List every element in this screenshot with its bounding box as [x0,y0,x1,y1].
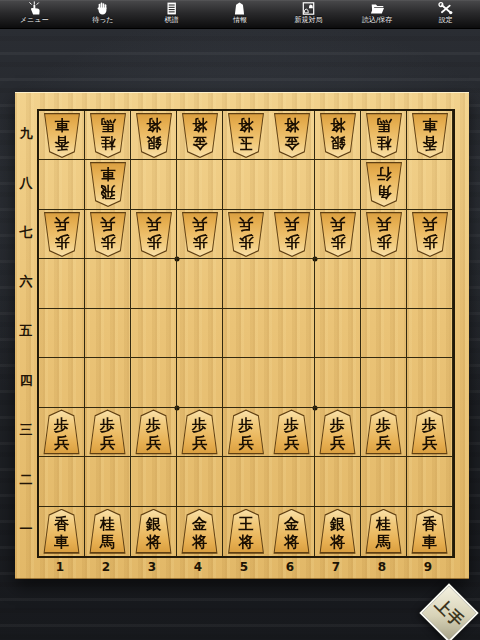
rank-label: 一 [15,505,37,554]
rank-label: 二 [15,455,37,504]
file-label: 4 [175,556,221,577]
rank-label: 八 [15,158,37,207]
board-cell-4三[interactable]: 歩兵 [177,408,223,457]
board-cell-9七[interactable]: 歩兵 [407,210,453,259]
board-cell-7七[interactable]: 歩兵 [315,210,361,259]
board-cell-8二[interactable] [361,457,407,506]
rank-label: 三 [15,406,37,455]
shogi-piece-face: 玉将 [227,114,264,156]
board-cell-4五[interactable] [177,309,223,358]
shogi-piece[interactable]: 歩兵 [226,212,266,257]
board-grid: 香車桂馬銀将金将玉将金将銀将桂馬香車飛車角行歩兵歩兵歩兵歩兵歩兵歩兵歩兵歩兵歩兵… [37,109,455,558]
undo-matta-button[interactable]: 待った [73,0,133,28]
board-cell-3六[interactable] [131,259,177,308]
shogi-piece[interactable]: 歩兵 [88,212,128,257]
shogi-piece-face: 銀将 [135,510,172,552]
board-cell-8一[interactable]: 桂馬 [361,507,407,556]
shogi-piece-face: 歩兵 [227,411,264,453]
shogi-piece-face: 歩兵 [135,411,172,453]
board-cell-5四[interactable] [223,358,269,407]
shogi-piece[interactable]: 銀将 [134,509,174,554]
shogi-piece[interactable]: 歩兵 [318,409,358,454]
load-save-label: 読込/保存 [362,16,392,25]
board-cell-1四[interactable] [39,358,85,407]
board-cell-2八[interactable]: 飛車 [85,160,131,209]
file-label: 2 [83,556,129,577]
board-cell-7一[interactable]: 銀将 [315,507,361,556]
load-save-button[interactable]: 読込/保存 [347,0,407,28]
shogi-piece-face: 歩兵 [135,213,172,255]
board-cell-7二[interactable] [315,457,361,506]
toolbar: メニュー 待った 棋譜 情報 [0,0,480,29]
board-cell-4九[interactable]: 金将 [177,111,223,160]
shogi-piece[interactable]: 銀将 [318,113,358,158]
board-cell-4八[interactable] [177,160,223,209]
shogi-piece-face: 王将 [227,510,264,552]
shogi-piece[interactable]: 金将 [272,113,312,158]
board-cell-9四[interactable] [407,358,453,407]
shogi-piece-face: 歩兵 [227,213,264,255]
board-cell-5三[interactable]: 歩兵 [223,408,269,457]
shogi-piece-face: 桂馬 [365,510,402,552]
shogi-piece-face: 銀将 [135,114,172,156]
board-cell-5九[interactable]: 玉将 [223,111,269,160]
board-cell-6三[interactable]: 歩兵 [269,408,315,457]
shogi-piece-face: 歩兵 [365,213,402,255]
shogi-piece[interactable]: 香車 [42,113,82,158]
board-cell-7八[interactable] [315,160,361,209]
board-cell-4二[interactable] [177,457,223,506]
shogi-piece[interactable]: 王将 [226,509,266,554]
file-label: 7 [313,556,359,577]
shogi-piece[interactable]: 香車 [42,509,82,554]
shogi-piece[interactable]: 歩兵 [180,212,220,257]
board-cell-9二[interactable] [407,457,453,506]
shogi-piece[interactable]: 歩兵 [272,212,312,257]
shogi-piece[interactable]: 金将 [180,509,220,554]
shogi-piece[interactable]: 歩兵 [364,212,404,257]
board-cell-2六[interactable] [85,259,131,308]
shogi-piece-face: 歩兵 [89,213,126,255]
shogi-piece-face: 歩兵 [181,411,218,453]
rank-label: 九 [15,109,37,158]
file-label: 5 [221,556,267,577]
board-cell-3五[interactable] [131,309,177,358]
shogi-piece-face: 金将 [273,510,310,552]
shogi-piece[interactable]: 桂馬 [88,113,128,158]
board-cell-9五[interactable] [407,309,453,358]
game-record-button[interactable]: 棋譜 [141,0,201,28]
board-cell-3八[interactable] [131,160,177,209]
shogi-piece-face: 角行 [365,163,402,205]
shogi-piece[interactable]: 角行 [364,162,404,207]
file-label: 1 [37,556,83,577]
board-cell-1一[interactable]: 香車 [39,507,85,556]
shogi-piece[interactable]: 銀将 [134,113,174,158]
shogi-piece[interactable]: 歩兵 [226,409,266,454]
board-cell-4七[interactable]: 歩兵 [177,210,223,259]
board-cell-3四[interactable] [131,358,177,407]
board-cell-4一[interactable]: 金将 [177,507,223,556]
info-label: 情報 [233,16,247,25]
shogi-piece-face: 歩兵 [43,411,80,453]
uwate-badge: 上手 [419,583,478,640]
board-cell-5一[interactable]: 王将 [223,507,269,556]
board-cell-7六[interactable] [315,259,361,308]
shogi-piece-face: 金将 [273,114,310,156]
board-cell-1六[interactable] [39,259,85,308]
board-cell-6九[interactable]: 金将 [269,111,315,160]
board-cell-6七[interactable]: 歩兵 [269,210,315,259]
board-cell-1三[interactable]: 歩兵 [39,408,85,457]
shogi-piece[interactable]: 歩兵 [42,212,82,257]
file-label: 6 [267,556,313,577]
board-cell-5八[interactable] [223,160,269,209]
board-cell-8七[interactable]: 歩兵 [361,210,407,259]
board-cell-3九[interactable]: 銀将 [131,111,177,160]
board-cell-5五[interactable] [223,309,269,358]
shogi-piece[interactable]: 飛車 [88,162,128,207]
board-cell-2七[interactable]: 歩兵 [85,210,131,259]
board-cell-8九[interactable]: 桂馬 [361,111,407,160]
board-cell-8四[interactable] [361,358,407,407]
board-cell-4四[interactable] [177,358,223,407]
shogi-piece[interactable]: 桂馬 [364,113,404,158]
info-button[interactable]: 情報 [210,0,270,28]
shogi-piece-face: 飛車 [89,163,126,205]
board-cell-6六[interactable] [269,259,315,308]
board-cell-3三[interactable]: 歩兵 [131,408,177,457]
new-game-label: 新規対局 [295,16,323,25]
shogi-piece-face: 銀将 [319,114,356,156]
shogi-board: 九八七六五四三二一 香車桂馬銀将金将玉将金将銀将桂馬香車飛車角行歩兵歩兵歩兵歩兵… [15,92,469,579]
rank-label: 五 [15,307,37,356]
board-cell-9三[interactable]: 歩兵 [407,408,453,457]
shogi-piece-face: 歩兵 [43,213,80,255]
settings-label: 設定 [439,16,453,25]
shogi-piece-face: 桂馬 [89,114,126,156]
shogi-piece[interactable]: 歩兵 [134,409,174,454]
shogi-piece-face: 歩兵 [181,213,218,255]
rank-labels: 九八七六五四三二一 [15,109,37,554]
piece-pentagon-icon [231,1,248,16]
board-cell-6一[interactable]: 金将 [269,507,315,556]
board-cell-1九[interactable]: 香車 [39,111,85,160]
board-cell-5六[interactable] [223,259,269,308]
file-label: 8 [359,556,405,577]
shogi-piece[interactable]: 銀将 [318,509,358,554]
board-cell-2二[interactable] [85,457,131,506]
board-cell-7四[interactable] [315,358,361,407]
shogi-piece[interactable]: 歩兵 [410,409,450,454]
new-game-board-icon [300,1,317,16]
board-cell-8六[interactable] [361,259,407,308]
board-cell-8三[interactable]: 歩兵 [361,408,407,457]
board-cell-2一[interactable]: 桂馬 [85,507,131,556]
board-cell-5二[interactable] [223,457,269,506]
shogi-piece[interactable]: 歩兵 [88,409,128,454]
board-cell-1八[interactable] [39,160,85,209]
board-cell-7五[interactable] [315,309,361,358]
shogi-piece[interactable]: 金将 [272,509,312,554]
shogi-piece-face: 歩兵 [319,213,356,255]
board-cell-3一[interactable]: 銀将 [131,507,177,556]
board-cell-9八[interactable] [407,160,453,209]
rank-label: 四 [15,356,37,405]
shogi-piece[interactable]: 歩兵 [318,212,358,257]
board-cell-1五[interactable] [39,309,85,358]
shogi-piece[interactable]: 香車 [410,113,450,158]
board-cell-7九[interactable]: 銀将 [315,111,361,160]
shogi-piece-face: 歩兵 [411,411,448,453]
shogi-piece-face: 金将 [181,510,218,552]
shogi-piece-face: 桂馬 [89,510,126,552]
shogi-piece-face: 歩兵 [411,213,448,255]
board-cell-9一[interactable]: 香車 [407,507,453,556]
shogi-piece[interactable]: 歩兵 [364,409,404,454]
rank-label: 六 [15,257,37,306]
board-cell-4六[interactable] [177,259,223,308]
board-cell-8五[interactable] [361,309,407,358]
menu-label: メニュー [20,16,49,25]
file-label: 3 [129,556,175,577]
undo-matta-label: 待った [92,16,113,25]
board-cell-8八[interactable]: 角行 [361,160,407,209]
file-labels: 123456789 [37,556,451,577]
game-record-label: 棋譜 [164,16,178,25]
shogi-piece-face: 歩兵 [319,411,356,453]
board-cell-6四[interactable] [269,358,315,407]
new-game-button[interactable]: 新規対局 [279,0,339,28]
board-cell-3二[interactable] [131,457,177,506]
board-cell-9九[interactable]: 香車 [407,111,453,160]
board-cell-1七[interactable]: 歩兵 [39,210,85,259]
board-cell-5七[interactable]: 歩兵 [223,210,269,259]
shogi-piece-face: 歩兵 [365,411,402,453]
shogi-piece-face: 歩兵 [273,411,310,453]
board-cell-7三[interactable]: 歩兵 [315,408,361,457]
rank-label: 七 [15,208,37,257]
settings-button[interactable]: 設定 [416,0,476,28]
board-cell-9六[interactable] [407,259,453,308]
board-cell-3七[interactable]: 歩兵 [131,210,177,259]
shogi-piece[interactable]: 玉将 [226,113,266,158]
board-cell-2三[interactable]: 歩兵 [85,408,131,457]
shogi-piece-face: 香車 [43,114,80,156]
record-paper-icon [163,1,180,16]
menu-button[interactable]: メニュー [4,0,64,28]
board-cell-2四[interactable] [85,358,131,407]
board-cell-1二[interactable] [39,457,85,506]
shogi-piece-face: 銀将 [319,510,356,552]
shogi-piece-face: 歩兵 [273,213,310,255]
app-screen: メニュー 待った 棋譜 情報 [0,0,480,640]
folder-icon [369,1,386,16]
board-cell-2五[interactable] [85,309,131,358]
shogi-piece[interactable]: 歩兵 [180,409,220,454]
shogi-piece[interactable]: 香車 [410,509,450,554]
shogi-piece[interactable]: 桂馬 [88,509,128,554]
board-cell-6五[interactable] [269,309,315,358]
shogi-piece[interactable]: 桂馬 [364,509,404,554]
raised-hand-icon [94,1,111,16]
shogi-piece-face: 香車 [43,510,80,552]
tap-hand-icon [26,1,43,16]
shogi-piece[interactable]: 歩兵 [410,212,450,257]
board-cell-6二[interactable] [269,457,315,506]
shogi-piece-face: 歩兵 [89,411,126,453]
file-label: 9 [405,556,451,577]
shogi-piece[interactable]: 歩兵 [272,409,312,454]
shogi-piece-face: 香車 [411,510,448,552]
shogi-piece[interactable]: 金将 [180,113,220,158]
board-cell-2九[interactable]: 桂馬 [85,111,131,160]
shogi-piece[interactable]: 歩兵 [134,212,174,257]
tools-icon [437,1,454,16]
shogi-piece-face: 桂馬 [365,114,402,156]
shogi-piece-face: 金将 [181,114,218,156]
shogi-piece[interactable]: 歩兵 [42,409,82,454]
shogi-piece-face: 香車 [411,114,448,156]
board-cell-6八[interactable] [269,160,315,209]
uwate-badge-label: 上手 [430,594,467,631]
